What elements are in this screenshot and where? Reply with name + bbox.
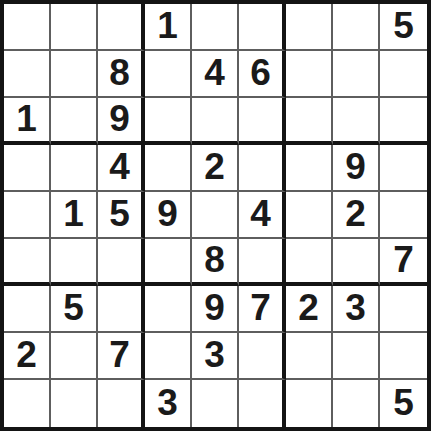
cell-r9c5[interactable] xyxy=(192,380,239,427)
cell-r4c7[interactable] xyxy=(286,145,333,192)
cell-r7c7[interactable]: 2 xyxy=(286,286,333,333)
cell-r7c4[interactable] xyxy=(145,286,192,333)
cell-r8c4[interactable] xyxy=(145,333,192,380)
cell-r6c8[interactable] xyxy=(333,239,380,286)
cell-r9c6[interactable] xyxy=(239,380,286,427)
cell-r8c5[interactable]: 3 xyxy=(192,333,239,380)
cell-r5c8[interactable]: 2 xyxy=(333,192,380,239)
cell-r2c5[interactable]: 4 xyxy=(192,51,239,98)
cell-r5c2[interactable]: 1 xyxy=(51,192,98,239)
cell-r8c6[interactable] xyxy=(239,333,286,380)
cell-r1c1[interactable] xyxy=(4,4,51,51)
cell-r2c1[interactable] xyxy=(4,51,51,98)
cell-r8c3[interactable]: 7 xyxy=(98,333,145,380)
cell-r3c3[interactable]: 9 xyxy=(98,98,145,145)
cell-r3c4[interactable] xyxy=(145,98,192,145)
cell-r7c5[interactable]: 9 xyxy=(192,286,239,333)
cell-r1c7[interactable] xyxy=(286,4,333,51)
cell-r6c6[interactable] xyxy=(239,239,286,286)
cell-r9c3[interactable] xyxy=(98,380,145,427)
cell-r4c4[interactable] xyxy=(145,145,192,192)
cell-r2c2[interactable] xyxy=(51,51,98,98)
cell-r1c3[interactable] xyxy=(98,4,145,51)
cell-r9c4[interactable]: 3 xyxy=(145,380,192,427)
cell-r9c8[interactable] xyxy=(333,380,380,427)
cell-r5c6[interactable]: 4 xyxy=(239,192,286,239)
cell-r4c2[interactable] xyxy=(51,145,98,192)
cell-r5c9[interactable] xyxy=(380,192,427,239)
cell-r2c8[interactable] xyxy=(333,51,380,98)
cell-r2c9[interactable] xyxy=(380,51,427,98)
cell-r9c2[interactable] xyxy=(51,380,98,427)
cell-r8c2[interactable] xyxy=(51,333,98,380)
cell-r3c5[interactable] xyxy=(192,98,239,145)
cell-r7c9[interactable] xyxy=(380,286,427,333)
cell-r8c8[interactable] xyxy=(333,333,380,380)
cell-r3c8[interactable] xyxy=(333,98,380,145)
cell-r1c4[interactable]: 1 xyxy=(145,4,192,51)
cell-r2c4[interactable] xyxy=(145,51,192,98)
cell-r8c7[interactable] xyxy=(286,333,333,380)
cell-r5c1[interactable] xyxy=(4,192,51,239)
cell-r3c7[interactable] xyxy=(286,98,333,145)
cell-r7c2[interactable]: 5 xyxy=(51,286,98,333)
cell-r7c1[interactable] xyxy=(4,286,51,333)
cell-r1c9[interactable]: 5 xyxy=(380,4,427,51)
cell-r8c1[interactable]: 2 xyxy=(4,333,51,380)
cell-r8c9[interactable] xyxy=(380,333,427,380)
cell-r6c4[interactable] xyxy=(145,239,192,286)
cell-r5c4[interactable]: 9 xyxy=(145,192,192,239)
cell-r1c2[interactable] xyxy=(51,4,98,51)
cell-r4c3[interactable]: 4 xyxy=(98,145,145,192)
cell-r2c7[interactable] xyxy=(286,51,333,98)
cell-r2c6[interactable]: 6 xyxy=(239,51,286,98)
cell-r6c2[interactable] xyxy=(51,239,98,286)
cell-r7c3[interactable] xyxy=(98,286,145,333)
cell-r6c3[interactable] xyxy=(98,239,145,286)
cell-r5c5[interactable] xyxy=(192,192,239,239)
cell-r7c8[interactable]: 3 xyxy=(333,286,380,333)
cell-r1c5[interactable] xyxy=(192,4,239,51)
cell-r4c8[interactable]: 9 xyxy=(333,145,380,192)
cell-r9c7[interactable] xyxy=(286,380,333,427)
cell-r6c1[interactable] xyxy=(4,239,51,286)
cell-r4c5[interactable]: 2 xyxy=(192,145,239,192)
cell-r7c6[interactable]: 7 xyxy=(239,286,286,333)
cell-r3c2[interactable] xyxy=(51,98,98,145)
cell-r3c6[interactable] xyxy=(239,98,286,145)
sudoku-board: 158461942915942875972327335 xyxy=(0,0,431,431)
cell-r4c9[interactable] xyxy=(380,145,427,192)
cell-r4c1[interactable] xyxy=(4,145,51,192)
cell-r6c7[interactable] xyxy=(286,239,333,286)
cell-r4c6[interactable] xyxy=(239,145,286,192)
cell-r1c6[interactable] xyxy=(239,4,286,51)
cell-r1c8[interactable] xyxy=(333,4,380,51)
cell-r6c9[interactable]: 7 xyxy=(380,239,427,286)
cell-r9c9[interactable]: 5 xyxy=(380,380,427,427)
cell-r3c9[interactable] xyxy=(380,98,427,145)
cell-r6c5[interactable]: 8 xyxy=(192,239,239,286)
cell-r5c7[interactable] xyxy=(286,192,333,239)
cell-r3c1[interactable]: 1 xyxy=(4,98,51,145)
cell-r9c1[interactable] xyxy=(4,380,51,427)
cell-r2c3[interactable]: 8 xyxy=(98,51,145,98)
cell-r5c3[interactable]: 5 xyxy=(98,192,145,239)
